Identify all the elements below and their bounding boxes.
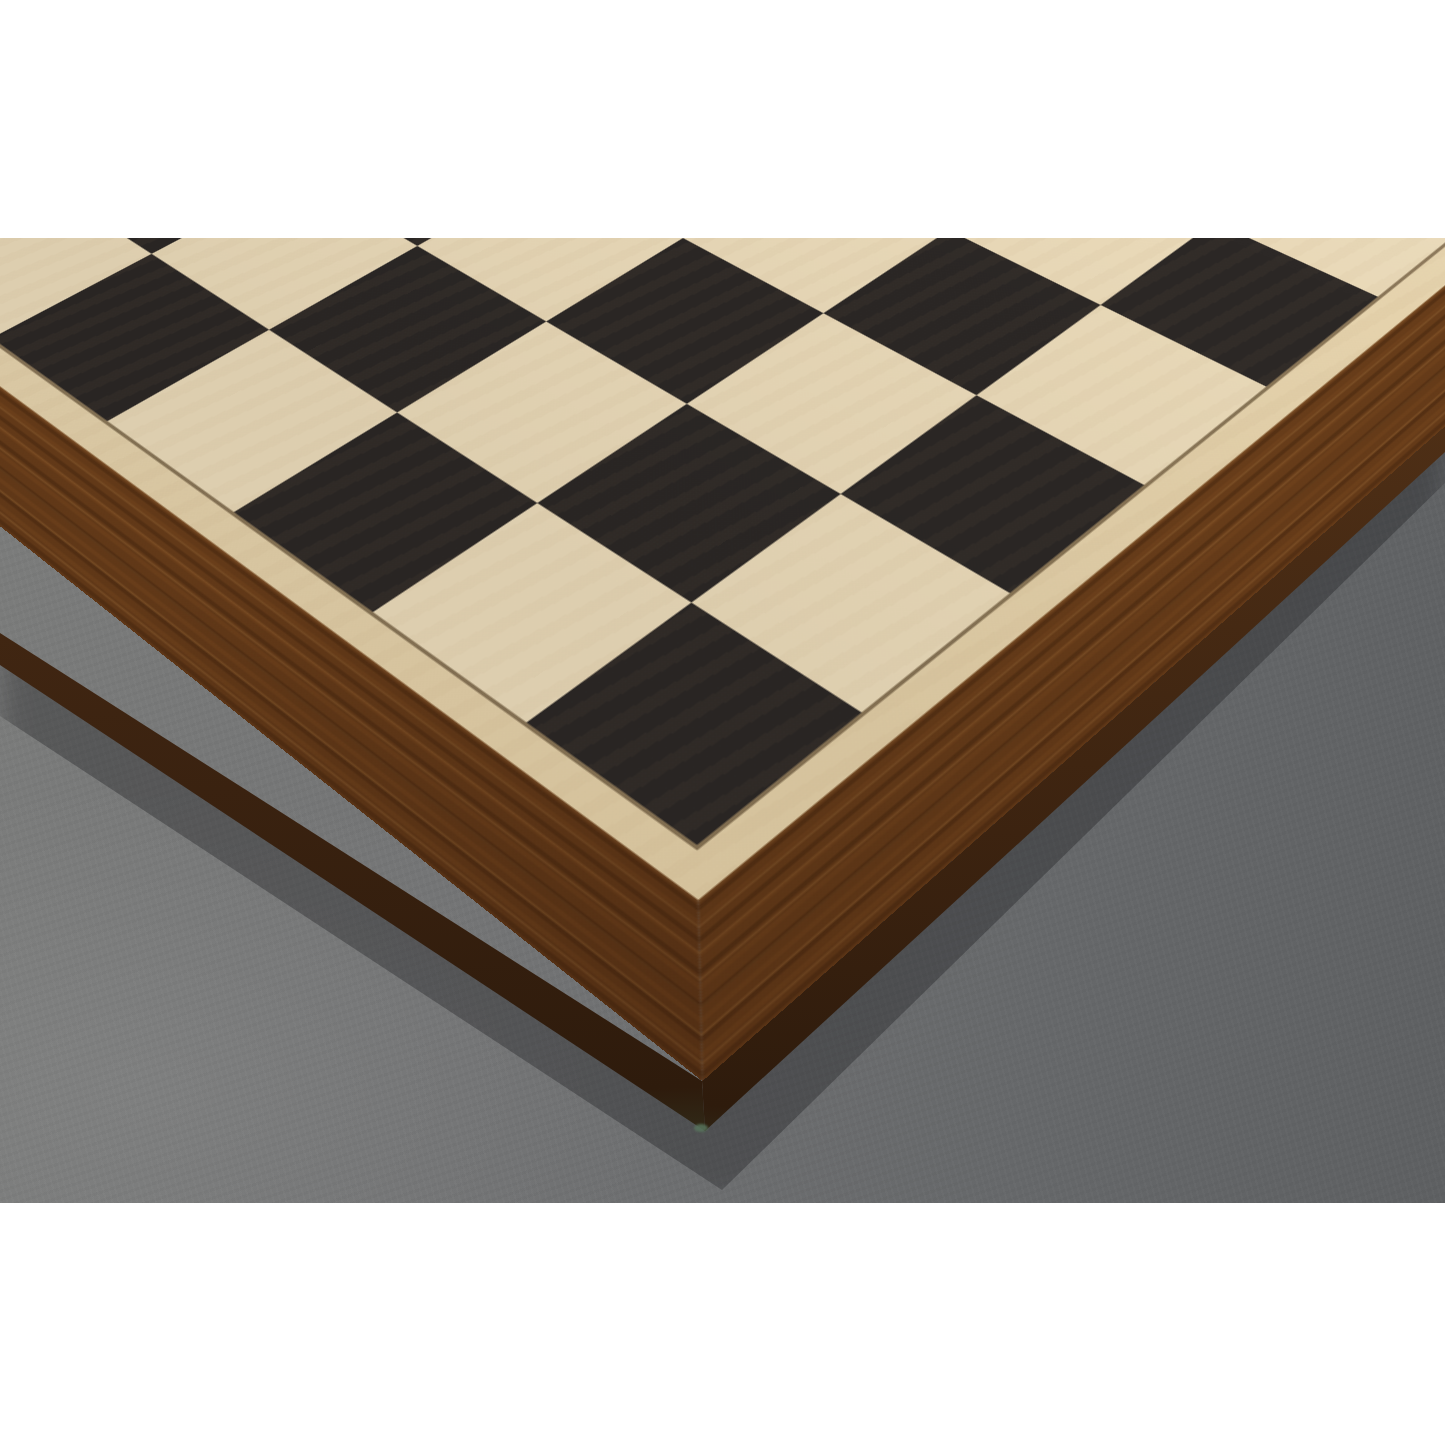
letterbox-top: [0, 0, 1445, 238]
letterbox-bottom: [0, 1203, 1445, 1445]
photo-area: [0, 238, 1445, 1203]
baize-foot-pad: [694, 1124, 708, 1132]
product-photo-canvas: [0, 0, 1445, 1445]
